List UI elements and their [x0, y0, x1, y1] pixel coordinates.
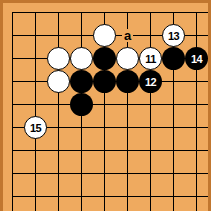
intersection-r9c5[interactable]: [116, 208, 139, 211]
intersection-r8c7[interactable]: [162, 185, 185, 208]
intersection-r9c4[interactable]: [93, 208, 116, 211]
intersection-r5c6[interactable]: [139, 116, 162, 139]
intersection-r7c0[interactable]: [1, 162, 24, 185]
intersection-r0c8[interactable]: [185, 1, 208, 24]
intersection-r4c1[interactable]: [24, 93, 47, 116]
intersection-r9c3[interactable]: [70, 208, 93, 211]
intersection-r4c0[interactable]: [1, 93, 24, 116]
stone-white-move-15[interactable]: 15: [24, 116, 47, 139]
intersection-r9c6[interactable]: [139, 208, 162, 211]
intersection-r2c1[interactable]: [24, 47, 47, 70]
intersection-r4c8[interactable]: [185, 93, 208, 116]
intersection-r0c0[interactable]: [1, 1, 24, 24]
intersection-r0c7[interactable]: [162, 1, 185, 24]
intersection-r6c1[interactable]: [24, 139, 47, 162]
intersection-r4c3[interactable]: [70, 93, 93, 116]
stone-black[interactable]: [116, 70, 139, 93]
intersection-r8c6[interactable]: [139, 185, 162, 208]
stone-black[interactable]: [162, 47, 185, 70]
intersection-r7c2[interactable]: [47, 162, 70, 185]
stone-white[interactable]: [47, 70, 70, 93]
intersection-r9c1[interactable]: [24, 208, 47, 211]
stone-white[interactable]: [116, 47, 139, 70]
intersection-r1c1[interactable]: [24, 24, 47, 47]
intersection-r8c2[interactable]: [47, 185, 70, 208]
intersection-r2c3[interactable]: [70, 47, 93, 70]
intersection-r6c3[interactable]: [70, 139, 93, 162]
intersection-r1c5[interactable]: a: [116, 24, 139, 47]
intersection-r5c4[interactable]: [93, 116, 116, 139]
go-board: a1311141215: [0, 0, 211, 211]
stone-black[interactable]: [93, 47, 116, 70]
intersection-r2c0[interactable]: [1, 47, 24, 70]
stone-black-move-12[interactable]: 12: [139, 70, 162, 93]
intersection-r7c6[interactable]: [139, 162, 162, 185]
intersection-r6c5[interactable]: [116, 139, 139, 162]
intersection-r7c3[interactable]: [70, 162, 93, 185]
point-label-a: a: [116, 24, 139, 47]
board-grid: a1311141215: [1, 1, 211, 211]
intersection-r6c6[interactable]: [139, 139, 162, 162]
intersection-r0c5[interactable]: [116, 1, 139, 24]
intersection-r1c6[interactable]: [139, 24, 162, 47]
board-frame-left: [0, 0, 3, 211]
intersection-r6c4[interactable]: [93, 139, 116, 162]
intersection-r5c5[interactable]: [116, 116, 139, 139]
intersection-r3c6[interactable]: 12: [139, 70, 162, 93]
intersection-r7c1[interactable]: [24, 162, 47, 185]
intersection-r0c4[interactable]: [93, 1, 116, 24]
stone-white[interactable]: [47, 47, 70, 70]
intersection-r8c3[interactable]: [70, 185, 93, 208]
stone-black[interactable]: [70, 93, 93, 116]
intersection-r3c1[interactable]: [24, 70, 47, 93]
stone-white-move-11[interactable]: 11: [139, 47, 162, 70]
intersection-r4c4[interactable]: [93, 93, 116, 116]
intersection-r8c8[interactable]: [185, 185, 208, 208]
intersection-r3c3[interactable]: [70, 70, 93, 93]
stone-black[interactable]: [70, 70, 93, 93]
intersection-r3c2[interactable]: [47, 70, 70, 93]
intersection-r8c0[interactable]: [1, 185, 24, 208]
intersection-r6c7[interactable]: [162, 139, 185, 162]
intersection-r0c3[interactable]: [70, 1, 93, 24]
intersection-r4c6[interactable]: [139, 93, 162, 116]
intersection-r2c7[interactable]: [162, 47, 185, 70]
intersection-r5c7[interactable]: [162, 116, 185, 139]
intersection-r3c8[interactable]: [185, 70, 208, 93]
intersection-r5c3[interactable]: [70, 116, 93, 139]
intersection-r6c8[interactable]: [185, 139, 208, 162]
intersection-r2c5[interactable]: [116, 47, 139, 70]
intersection-r9c8[interactable]: [185, 208, 208, 211]
intersection-r3c5[interactable]: [116, 70, 139, 93]
intersection-r7c8[interactable]: [185, 162, 208, 185]
intersection-r0c2[interactable]: [47, 1, 70, 24]
intersection-r1c4[interactable]: [93, 24, 116, 47]
intersection-r9c0[interactable]: [1, 208, 24, 211]
intersection-r2c2[interactable]: [47, 47, 70, 70]
intersection-r4c5[interactable]: [116, 93, 139, 116]
intersection-r6c0[interactable]: [1, 139, 24, 162]
stone-black-move-14[interactable]: 14: [185, 47, 208, 70]
board-frame-top: [0, 0, 211, 3]
intersection-r3c4[interactable]: [93, 70, 116, 93]
intersection-r5c2[interactable]: [47, 116, 70, 139]
intersection-r6c2[interactable]: [47, 139, 70, 162]
intersection-r2c8[interactable]: 14: [185, 47, 208, 70]
stone-white[interactable]: [70, 47, 93, 70]
intersection-r9c7[interactable]: [162, 208, 185, 211]
intersection-r5c0[interactable]: [1, 116, 24, 139]
intersection-r8c4[interactable]: [93, 185, 116, 208]
intersection-r2c6[interactable]: 11: [139, 47, 162, 70]
intersection-r7c4[interactable]: [93, 162, 116, 185]
intersection-r1c7[interactable]: 13: [162, 24, 185, 47]
intersection-r1c0[interactable]: [1, 24, 24, 47]
intersection-r2c4[interactable]: [93, 47, 116, 70]
intersection-r9c2[interactable]: [47, 208, 70, 211]
intersection-r5c8[interactable]: [185, 116, 208, 139]
intersection-r8c5[interactable]: [116, 185, 139, 208]
intersection-r1c2[interactable]: [47, 24, 70, 47]
board-frame-right: [208, 0, 211, 211]
stone-white-move-13[interactable]: 13: [162, 24, 185, 47]
intersection-r3c0[interactable]: [1, 70, 24, 93]
intersection-r4c7[interactable]: [162, 93, 185, 116]
intersection-r4c2[interactable]: [47, 93, 70, 116]
intersection-r0c6[interactable]: [139, 1, 162, 24]
intersection-r7c7[interactable]: [162, 162, 185, 185]
stone-black[interactable]: [93, 70, 116, 93]
intersection-r1c3[interactable]: [70, 24, 93, 47]
intersection-r0c1[interactable]: [24, 1, 47, 24]
intersection-r1c8[interactable]: [185, 24, 208, 47]
intersection-r5c1[interactable]: 15: [24, 116, 47, 139]
intersection-r3c7[interactable]: [162, 70, 185, 93]
intersection-r8c1[interactable]: [24, 185, 47, 208]
intersection-r7c5[interactable]: [116, 162, 139, 185]
stone-white[interactable]: [93, 24, 116, 47]
